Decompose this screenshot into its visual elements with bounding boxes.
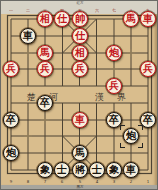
piece-red-soldier[interactable]: 兵 bbox=[72, 61, 88, 77]
piece-red-cannon[interactable]: 炮 bbox=[106, 45, 122, 61]
piece-red-chariot[interactable]: 車 bbox=[140, 11, 156, 27]
file-label-top-3: 三 bbox=[41, 9, 49, 13]
piece-black-chariot[interactable]: 車 bbox=[123, 162, 139, 178]
file-label-top-7: 七 bbox=[110, 9, 118, 13]
file-label-bottom-3: 7 bbox=[41, 180, 49, 184]
piece-red-elephant[interactable]: 相 bbox=[37, 11, 53, 27]
piece-red-chariot[interactable]: 車 bbox=[72, 112, 88, 128]
file-label-top-1: 一 bbox=[7, 9, 15, 13]
piece-red-soldier[interactable]: 兵 bbox=[3, 61, 19, 77]
file-label-top-5: 五 bbox=[76, 9, 84, 13]
piece-black-elephant[interactable]: 象 bbox=[106, 162, 122, 178]
piece-red-elephant[interactable]: 相 bbox=[72, 45, 88, 61]
piece-red-soldier[interactable]: 兵 bbox=[106, 78, 122, 94]
piece-black-chariot[interactable]: 車 bbox=[20, 28, 36, 44]
file-label-bottom-9: 1 bbox=[144, 180, 152, 184]
piece-black-elephant[interactable]: 象 bbox=[37, 162, 53, 178]
file-label-bottom-1: 9 bbox=[7, 180, 15, 184]
xiangqi-app-window: 红方 黑方 楚 河 漢 界 一二三四五六七八九987654321 相仕帥馬車車仕… bbox=[0, 0, 158, 190]
file-label-bottom-2: 8 bbox=[24, 180, 32, 184]
piece-black-general[interactable]: 將 bbox=[72, 162, 88, 178]
piece-black-horse[interactable]: 馬 bbox=[72, 145, 88, 161]
piece-black-soldier[interactable]: 卒 bbox=[37, 95, 53, 111]
piece-red-horse[interactable]: 馬 bbox=[37, 45, 53, 61]
piece-red-horse[interactable]: 馬 bbox=[123, 11, 139, 27]
file-label-top-8: 八 bbox=[127, 9, 135, 13]
piece-black-advisor[interactable]: 士 bbox=[54, 162, 70, 178]
file-label-bottom-5: 5 bbox=[76, 180, 84, 184]
piece-black-soldier[interactable]: 卒 bbox=[106, 112, 122, 128]
piece-red-advisor[interactable]: 仕 bbox=[72, 28, 88, 44]
piece-red-soldier[interactable]: 兵 bbox=[37, 61, 53, 77]
file-label-bottom-4: 6 bbox=[58, 180, 66, 184]
file-label-top-4: 四 bbox=[58, 9, 66, 13]
piece-black-cannon[interactable]: 炮 bbox=[123, 128, 139, 144]
piece-black-cannon[interactable]: 炮 bbox=[3, 145, 19, 161]
piece-black-soldier[interactable]: 卒 bbox=[3, 112, 19, 128]
file-label-top-6: 六 bbox=[93, 9, 101, 13]
piece-red-advisor[interactable]: 仕 bbox=[54, 11, 70, 27]
piece-red-soldier[interactable]: 兵 bbox=[140, 61, 156, 77]
piece-black-soldier[interactable]: 卒 bbox=[140, 112, 156, 128]
piece-black-advisor[interactable]: 士 bbox=[89, 162, 105, 178]
piece-red-general[interactable]: 帥 bbox=[72, 11, 88, 27]
file-label-bottom-8: 2 bbox=[127, 180, 135, 184]
file-label-top-2: 二 bbox=[24, 9, 32, 13]
file-label-top-9: 九 bbox=[144, 9, 152, 13]
file-label-bottom-7: 3 bbox=[110, 180, 118, 184]
file-label-bottom-6: 4 bbox=[93, 180, 101, 184]
